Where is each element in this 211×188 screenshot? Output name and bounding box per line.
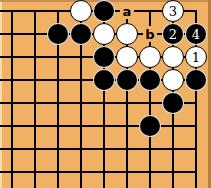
grid-line-vertical — [34, 10, 36, 188]
move-number: 3 — [169, 4, 177, 17]
stone-black — [116, 69, 138, 91]
stone-white — [162, 46, 184, 68]
board-right-edge-strip — [208, 0, 211, 188]
stone-white — [116, 23, 138, 45]
stone-black — [139, 115, 161, 137]
stone-white — [93, 23, 115, 45]
grid-line-horizontal — [0, 148, 197, 150]
stone-black — [185, 69, 207, 91]
point-label-a: a — [120, 3, 134, 19]
stone-white-move-3: 3 — [162, 0, 184, 22]
grid-line-horizontal — [0, 171, 197, 173]
go-board: a3b241 — [0, 0, 211, 188]
stone-black — [70, 23, 92, 45]
stone-white — [139, 46, 161, 68]
go-board-diagram: a3b241 — [0, 0, 211, 188]
stone-black — [47, 23, 69, 45]
stone-white — [162, 69, 184, 91]
stone-black-move-4: 4 — [185, 23, 207, 45]
stone-black-move-2: 2 — [162, 23, 184, 45]
stone-black — [162, 92, 184, 114]
grid-line-horizontal — [0, 125, 197, 127]
stone-black — [139, 69, 161, 91]
move-number: 4 — [192, 27, 200, 40]
stone-white-move-1: 1 — [185, 46, 207, 68]
point-label-b: b — [143, 26, 157, 42]
stone-black — [93, 0, 115, 22]
stone-white — [70, 0, 92, 22]
stone-white — [116, 46, 138, 68]
board-left-edge-highlight — [0, 0, 2, 188]
move-number: 1 — [192, 50, 200, 63]
grid-line-vertical — [11, 10, 13, 188]
move-number: 2 — [169, 27, 177, 40]
stone-black — [93, 69, 115, 91]
stone-black — [93, 46, 115, 68]
